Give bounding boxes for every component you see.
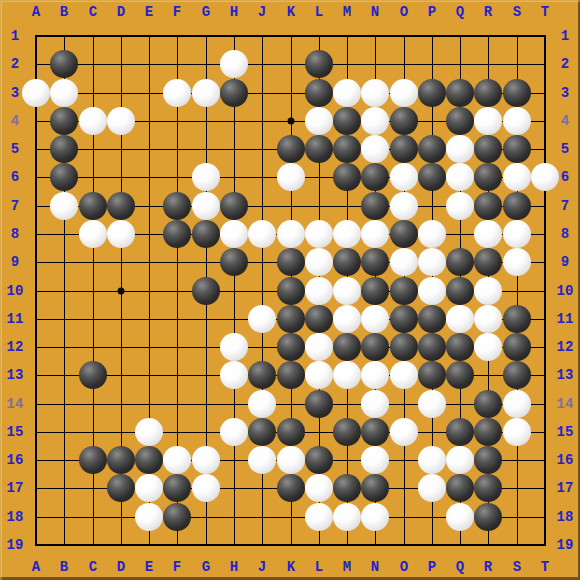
- row-label-left: 4: [11, 114, 19, 128]
- black-stone: [277, 248, 305, 276]
- star-point: [118, 288, 125, 295]
- white-stone: [192, 79, 220, 107]
- grid-line-horizontal: [35, 404, 546, 405]
- row-label-left: 3: [11, 86, 19, 100]
- white-stone: [305, 277, 333, 305]
- white-stone: [305, 220, 333, 248]
- column-label-bottom: A: [32, 560, 40, 574]
- white-stone: [390, 163, 418, 191]
- white-stone: [390, 361, 418, 389]
- black-stone: [50, 50, 78, 78]
- black-stone: [135, 446, 163, 474]
- black-stone: [361, 277, 389, 305]
- white-stone: [135, 474, 163, 502]
- white-stone: [277, 220, 305, 248]
- row-label-left: 12: [7, 340, 24, 354]
- column-label-top: Q: [456, 5, 464, 19]
- column-label-top: D: [117, 5, 125, 19]
- column-label-top: M: [343, 5, 351, 19]
- black-stone: [446, 277, 474, 305]
- black-stone: [248, 361, 276, 389]
- row-label-left: 16: [7, 453, 24, 467]
- grid-line-vertical: [544, 35, 546, 546]
- black-stone: [503, 305, 531, 333]
- black-stone: [446, 361, 474, 389]
- column-label-bottom: Q: [456, 560, 464, 574]
- black-stone: [503, 333, 531, 361]
- white-stone: [50, 192, 78, 220]
- row-label-right: 2: [561, 57, 569, 71]
- white-stone: [390, 418, 418, 446]
- black-stone: [446, 474, 474, 502]
- black-stone: [474, 135, 502, 163]
- black-stone: [361, 418, 389, 446]
- black-stone: [192, 220, 220, 248]
- column-label-bottom: S: [513, 560, 521, 574]
- column-label-bottom: G: [202, 560, 210, 574]
- white-stone: [390, 248, 418, 276]
- column-label-top: E: [145, 5, 153, 19]
- black-stone: [50, 163, 78, 191]
- black-stone: [305, 135, 333, 163]
- black-stone: [305, 79, 333, 107]
- white-stone: [192, 474, 220, 502]
- black-stone: [305, 305, 333, 333]
- black-stone: [50, 135, 78, 163]
- white-stone: [418, 220, 446, 248]
- white-stone: [135, 503, 163, 531]
- white-stone: [333, 503, 361, 531]
- row-label-right: 14: [557, 397, 574, 411]
- white-stone: [474, 220, 502, 248]
- black-stone: [418, 79, 446, 107]
- black-stone: [163, 192, 191, 220]
- black-stone: [277, 474, 305, 502]
- black-stone: [305, 446, 333, 474]
- white-stone: [446, 163, 474, 191]
- white-stone: [418, 474, 446, 502]
- white-stone: [361, 390, 389, 418]
- column-label-top: N: [371, 5, 379, 19]
- white-stone: [418, 446, 446, 474]
- column-label-top: T: [541, 5, 549, 19]
- white-stone: [192, 163, 220, 191]
- black-stone: [474, 163, 502, 191]
- column-label-top: H: [230, 5, 238, 19]
- white-stone: [503, 248, 531, 276]
- row-label-right: 16: [557, 453, 574, 467]
- white-stone: [305, 503, 333, 531]
- column-label-bottom: T: [541, 560, 549, 574]
- black-stone: [79, 446, 107, 474]
- row-label-right: 3: [561, 86, 569, 100]
- column-label-top: C: [89, 5, 97, 19]
- column-label-bottom: L: [315, 560, 323, 574]
- column-label-top: F: [173, 5, 181, 19]
- black-stone: [277, 333, 305, 361]
- row-label-left: 6: [11, 170, 19, 184]
- column-label-bottom: B: [60, 560, 68, 574]
- white-stone: [503, 163, 531, 191]
- white-stone: [333, 277, 361, 305]
- black-stone: [107, 192, 135, 220]
- white-stone: [361, 107, 389, 135]
- black-stone: [474, 418, 502, 446]
- white-stone: [418, 277, 446, 305]
- black-stone: [390, 277, 418, 305]
- column-label-bottom: D: [117, 560, 125, 574]
- black-stone: [333, 248, 361, 276]
- white-stone: [248, 446, 276, 474]
- white-stone: [277, 163, 305, 191]
- star-point: [288, 118, 295, 125]
- row-label-left: 11: [7, 312, 24, 326]
- black-stone: [390, 135, 418, 163]
- row-label-right: 6: [561, 170, 569, 184]
- row-label-left: 5: [11, 142, 19, 156]
- column-label-top: R: [484, 5, 492, 19]
- row-label-left: 15: [7, 425, 24, 439]
- white-stone: [361, 135, 389, 163]
- white-stone: [220, 418, 248, 446]
- black-stone: [305, 50, 333, 78]
- black-stone: [446, 107, 474, 135]
- white-stone: [22, 79, 50, 107]
- white-stone: [220, 361, 248, 389]
- row-label-right: 8: [561, 227, 569, 241]
- black-stone: [305, 390, 333, 418]
- white-stone: [79, 107, 107, 135]
- white-stone: [474, 305, 502, 333]
- black-stone: [361, 248, 389, 276]
- row-label-left: 13: [7, 368, 24, 382]
- row-label-right: 19: [557, 538, 574, 552]
- row-label-right: 7: [561, 199, 569, 213]
- black-stone: [50, 107, 78, 135]
- black-stone: [277, 418, 305, 446]
- white-stone: [361, 361, 389, 389]
- white-stone: [361, 220, 389, 248]
- black-stone: [446, 79, 474, 107]
- white-stone: [220, 333, 248, 361]
- white-stone: [277, 446, 305, 474]
- white-stone: [305, 107, 333, 135]
- black-stone: [361, 474, 389, 502]
- black-stone: [107, 474, 135, 502]
- black-stone: [361, 192, 389, 220]
- white-stone: [305, 248, 333, 276]
- row-label-right: 13: [557, 368, 574, 382]
- black-stone: [446, 248, 474, 276]
- black-stone: [333, 418, 361, 446]
- column-label-bottom: R: [484, 560, 492, 574]
- white-stone: [418, 248, 446, 276]
- white-stone: [474, 333, 502, 361]
- white-stone: [163, 79, 191, 107]
- white-stone: [248, 305, 276, 333]
- white-stone: [446, 305, 474, 333]
- white-stone: [333, 79, 361, 107]
- white-stone: [503, 418, 531, 446]
- black-stone: [333, 333, 361, 361]
- black-stone: [192, 277, 220, 305]
- black-stone: [333, 163, 361, 191]
- black-stone: [446, 418, 474, 446]
- row-label-right: 4: [561, 114, 569, 128]
- column-label-bottom: H: [230, 560, 238, 574]
- grid-line-horizontal: [35, 544, 546, 546]
- row-label-right: 18: [557, 510, 574, 524]
- go-board[interactable]: AA11BB22CC33DD44EE55FF66GG77HH88JJ99KK10…: [0, 0, 580, 580]
- black-stone: [474, 446, 502, 474]
- row-label-left: 7: [11, 199, 19, 213]
- white-stone: [220, 220, 248, 248]
- black-stone: [277, 305, 305, 333]
- white-stone: [361, 305, 389, 333]
- column-label-top: B: [60, 5, 68, 19]
- white-stone: [50, 79, 78, 107]
- column-label-top: S: [513, 5, 521, 19]
- column-label-top: L: [315, 5, 323, 19]
- black-stone: [474, 474, 502, 502]
- column-label-bottom: N: [371, 560, 379, 574]
- row-label-left: 8: [11, 227, 19, 241]
- black-stone: [163, 220, 191, 248]
- black-stone: [418, 135, 446, 163]
- white-stone: [390, 192, 418, 220]
- white-stone: [333, 220, 361, 248]
- row-label-right: 9: [561, 255, 569, 269]
- row-label-left: 10: [7, 284, 24, 298]
- row-label-left: 1: [11, 29, 19, 43]
- column-label-top: P: [428, 5, 436, 19]
- column-label-bottom: F: [173, 560, 181, 574]
- black-stone: [418, 305, 446, 333]
- black-stone: [248, 418, 276, 446]
- white-stone: [446, 192, 474, 220]
- column-label-bottom: K: [287, 560, 295, 574]
- black-stone: [390, 333, 418, 361]
- white-stone: [361, 79, 389, 107]
- white-stone: [192, 192, 220, 220]
- black-stone: [503, 135, 531, 163]
- white-stone: [248, 220, 276, 248]
- white-stone: [305, 333, 333, 361]
- white-stone: [135, 418, 163, 446]
- black-stone: [333, 474, 361, 502]
- black-stone: [474, 390, 502, 418]
- row-label-right: 11: [557, 312, 574, 326]
- column-label-bottom: P: [428, 560, 436, 574]
- black-stone: [220, 248, 248, 276]
- black-stone: [79, 192, 107, 220]
- black-stone: [474, 79, 502, 107]
- black-stone: [418, 163, 446, 191]
- black-stone: [361, 163, 389, 191]
- black-stone: [474, 503, 502, 531]
- black-stone: [163, 503, 191, 531]
- black-stone: [107, 446, 135, 474]
- black-stone: [390, 220, 418, 248]
- column-label-bottom: M: [343, 560, 351, 574]
- black-stone: [474, 248, 502, 276]
- white-stone: [503, 220, 531, 248]
- row-label-right: 12: [557, 340, 574, 354]
- white-stone: [361, 503, 389, 531]
- column-label-top: O: [400, 5, 408, 19]
- white-stone: [192, 446, 220, 474]
- black-stone: [333, 107, 361, 135]
- black-stone: [390, 107, 418, 135]
- row-label-left: 14: [7, 397, 24, 411]
- white-stone: [361, 446, 389, 474]
- black-stone: [503, 79, 531, 107]
- white-stone: [107, 220, 135, 248]
- row-label-left: 18: [7, 510, 24, 524]
- white-stone: [333, 305, 361, 333]
- column-label-bottom: O: [400, 560, 408, 574]
- black-stone: [333, 135, 361, 163]
- column-label-top: G: [202, 5, 210, 19]
- white-stone: [503, 107, 531, 135]
- white-stone: [107, 107, 135, 135]
- white-stone: [220, 50, 248, 78]
- column-label-top: A: [32, 5, 40, 19]
- white-stone: [531, 163, 559, 191]
- white-stone: [446, 446, 474, 474]
- black-stone: [503, 361, 531, 389]
- black-stone: [390, 305, 418, 333]
- black-stone: [277, 135, 305, 163]
- black-stone: [418, 333, 446, 361]
- row-label-left: 2: [11, 57, 19, 71]
- black-stone: [446, 333, 474, 361]
- white-stone: [305, 361, 333, 389]
- column-label-bottom: J: [258, 560, 266, 574]
- row-label-right: 15: [557, 425, 574, 439]
- black-stone: [220, 192, 248, 220]
- black-stone: [418, 361, 446, 389]
- row-label-left: 9: [11, 255, 19, 269]
- row-label-left: 17: [7, 481, 24, 495]
- white-stone: [418, 390, 446, 418]
- black-stone: [361, 333, 389, 361]
- black-stone: [220, 79, 248, 107]
- white-stone: [474, 277, 502, 305]
- black-stone: [277, 361, 305, 389]
- black-stone: [474, 192, 502, 220]
- row-label-right: 5: [561, 142, 569, 156]
- white-stone: [305, 474, 333, 502]
- black-stone: [163, 474, 191, 502]
- column-label-bottom: C: [89, 560, 97, 574]
- white-stone: [163, 446, 191, 474]
- column-label-bottom: E: [145, 560, 153, 574]
- row-label-right: 1: [561, 29, 569, 43]
- black-stone: [277, 277, 305, 305]
- black-stone: [503, 192, 531, 220]
- row-label-right: 10: [557, 284, 574, 298]
- row-label-right: 17: [557, 481, 574, 495]
- white-stone: [474, 107, 502, 135]
- column-label-top: J: [258, 5, 266, 19]
- white-stone: [446, 503, 474, 531]
- row-label-left: 19: [7, 538, 24, 552]
- white-stone: [248, 390, 276, 418]
- white-stone: [503, 390, 531, 418]
- black-stone: [79, 361, 107, 389]
- white-stone: [79, 220, 107, 248]
- white-stone: [333, 361, 361, 389]
- column-label-top: K: [287, 5, 295, 19]
- white-stone: [390, 79, 418, 107]
- white-stone: [446, 135, 474, 163]
